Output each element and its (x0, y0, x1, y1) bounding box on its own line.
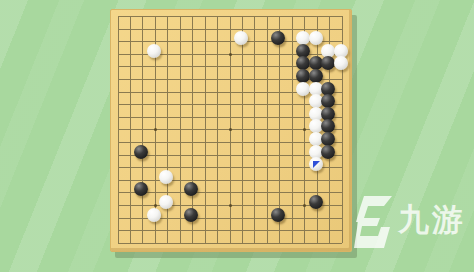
white-stone (159, 170, 173, 184)
grid-line-vertical (267, 16, 268, 243)
white-stone (159, 195, 173, 209)
star-point (154, 128, 157, 131)
black-stone (184, 182, 198, 196)
grid-line-vertical (254, 16, 255, 243)
grid-line-horizontal (118, 167, 342, 168)
grid-line-horizontal (118, 180, 342, 181)
screenshot-background: 九游 (0, 0, 474, 272)
black-stone (271, 208, 285, 222)
grid-line-horizontal (118, 192, 342, 193)
star-point (229, 53, 232, 56)
white-stone (334, 56, 348, 70)
black-stone (134, 145, 148, 159)
black-stone (309, 195, 323, 209)
grid-line-horizontal (118, 142, 342, 143)
star-point (229, 128, 232, 131)
white-stone-last-move (309, 157, 323, 171)
star-point (154, 204, 157, 207)
go-board[interactable] (110, 9, 352, 252)
white-stone (234, 31, 248, 45)
watermark: 九游 (354, 196, 466, 248)
grid-line-vertical (242, 16, 243, 243)
grid-line-horizontal (118, 243, 342, 244)
white-stone (309, 31, 323, 45)
grid-line-horizontal (118, 155, 342, 156)
grid-line-vertical (292, 16, 293, 243)
black-stone (321, 145, 335, 159)
star-point (303, 128, 306, 131)
black-stone (184, 208, 198, 222)
watermark-text: 九游 (398, 196, 466, 244)
jiuyou-logo-icon (354, 196, 392, 248)
star-point (303, 204, 306, 207)
white-stone (147, 208, 161, 222)
black-stone (134, 182, 148, 196)
star-point (229, 204, 232, 207)
last-move-marker-icon (313, 161, 320, 168)
black-stone (271, 31, 285, 45)
grid-line-horizontal (118, 230, 342, 231)
white-stone (147, 44, 161, 58)
